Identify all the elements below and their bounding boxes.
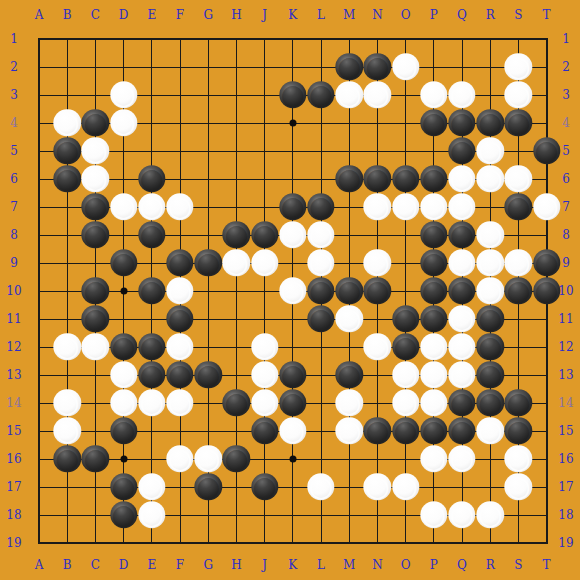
stone-black-P15[interactable]: ● (420, 417, 447, 444)
stone-black-Q14[interactable]: ● (448, 389, 475, 416)
stone-white-G16[interactable]: ○ (194, 445, 221, 472)
stone-white-P3[interactable]: ○ (420, 81, 447, 108)
stone-white-Q13[interactable]: ○ (448, 361, 475, 388)
row-label-11-right: 11 (558, 313, 573, 325)
stone-white-F7[interactable]: ○ (166, 193, 193, 220)
stone-black-C7[interactable]: ● (82, 193, 109, 220)
stone-white-R10[interactable]: ○ (476, 277, 503, 304)
stone-white-N12[interactable]: ○ (364, 333, 391, 360)
stone-white-S3[interactable]: ○ (505, 81, 532, 108)
stone-black-M2[interactable]: ● (335, 53, 362, 80)
stone-black-K3[interactable]: ● (279, 81, 306, 108)
stone-white-N17[interactable]: ○ (364, 473, 391, 500)
row-label-12-right: 12 (558, 341, 573, 353)
stone-white-N7[interactable]: ○ (364, 193, 391, 220)
col-label-T-bottom: T (543, 559, 551, 571)
col-label-J-top: J (262, 9, 267, 21)
col-label-F-bottom: F (176, 559, 184, 571)
row-label-19-left: 19 (6, 537, 21, 549)
stone-black-E13[interactable]: ● (138, 361, 165, 388)
row-label-10-right: 10 (558, 285, 573, 297)
stone-white-O14[interactable]: ○ (392, 389, 419, 416)
col-label-E-bottom: E (147, 559, 156, 571)
stone-black-H14[interactable]: ● (223, 389, 250, 416)
stone-black-G13[interactable]: ● (194, 361, 221, 388)
col-label-R-bottom: R (486, 559, 495, 571)
col-label-K-top: K (288, 9, 297, 21)
stone-black-J8[interactable]: ● (251, 221, 278, 248)
row-label-9-right: 9 (562, 257, 570, 269)
row-label-1-right: 1 (562, 33, 570, 45)
col-label-E-top: E (147, 9, 156, 21)
stone-white-R9[interactable]: ○ (476, 249, 503, 276)
stone-black-T5[interactable]: ● (533, 137, 560, 164)
stone-white-N9[interactable]: ○ (364, 249, 391, 276)
stone-black-O11[interactable]: ● (392, 305, 419, 332)
stone-white-F16[interactable]: ○ (166, 445, 193, 472)
stone-white-D4[interactable]: ○ (110, 109, 137, 136)
stone-white-D13[interactable]: ○ (110, 361, 137, 388)
row-label-8-right: 8 (562, 229, 570, 241)
stone-white-C12[interactable]: ○ (82, 333, 109, 360)
row-label-13-right: 13 (558, 369, 573, 381)
stone-black-B6[interactable]: ● (53, 165, 80, 192)
stone-white-L9[interactable]: ○ (307, 249, 334, 276)
stone-black-L11[interactable]: ● (307, 305, 334, 332)
row-label-1-left: 1 (10, 33, 18, 45)
col-label-Q-top: Q (457, 9, 467, 21)
row-label-4-left: 4 (10, 117, 18, 129)
stone-white-J14[interactable]: ○ (251, 389, 278, 416)
row-label-8-left: 8 (10, 229, 18, 241)
stone-white-Q6[interactable]: ○ (448, 165, 475, 192)
stone-white-D7[interactable]: ○ (110, 193, 137, 220)
go-board[interactable]: AABBCCDDEEFFGGHHJJKKLLMMNNOOPPQQRRSSTT11… (0, 0, 580, 580)
stone-white-N3[interactable]: ○ (364, 81, 391, 108)
row-label-13-left: 13 (6, 369, 21, 381)
stone-white-Q7[interactable]: ○ (448, 193, 475, 220)
stone-black-H16[interactable]: ● (223, 445, 250, 472)
col-label-C-bottom: C (91, 559, 100, 571)
row-label-7-left: 7 (10, 201, 18, 213)
stone-white-D3[interactable]: ○ (110, 81, 137, 108)
col-label-C-top: C (91, 9, 100, 21)
stone-black-F11[interactable]: ● (166, 305, 193, 332)
row-label-16-right: 16 (558, 453, 573, 465)
col-label-S-top: S (514, 9, 522, 21)
stone-black-R14[interactable]: ● (476, 389, 503, 416)
row-label-15-left: 15 (6, 425, 21, 437)
stone-black-M13[interactable]: ● (335, 361, 362, 388)
stone-white-M15[interactable]: ○ (335, 417, 362, 444)
stone-black-D17[interactable]: ● (110, 473, 137, 500)
stone-black-C10[interactable]: ● (82, 277, 109, 304)
stone-white-B14[interactable]: ○ (53, 389, 80, 416)
stone-black-L7[interactable]: ● (307, 193, 334, 220)
stone-white-D14[interactable]: ○ (110, 389, 137, 416)
col-label-S-bottom: S (514, 559, 522, 571)
stone-black-D12[interactable]: ● (110, 333, 137, 360)
stone-white-S2[interactable]: ○ (505, 53, 532, 80)
row-label-14-right: 14 (558, 397, 573, 409)
col-label-M-top: M (343, 9, 355, 21)
row-label-6-right: 6 (562, 173, 570, 185)
stone-black-L3[interactable]: ● (307, 81, 334, 108)
stone-black-Q8[interactable]: ● (448, 221, 475, 248)
row-label-9-left: 9 (10, 257, 18, 269)
stone-white-Q9[interactable]: ○ (448, 249, 475, 276)
stone-white-P13[interactable]: ○ (420, 361, 447, 388)
stone-black-B5[interactable]: ● (53, 137, 80, 164)
stone-black-F9[interactable]: ● (166, 249, 193, 276)
stone-white-F14[interactable]: ○ (166, 389, 193, 416)
stone-black-R13[interactable]: ● (476, 361, 503, 388)
stone-black-C4[interactable]: ● (82, 109, 109, 136)
stone-black-N15[interactable]: ● (364, 417, 391, 444)
stone-black-F13[interactable]: ● (166, 361, 193, 388)
col-label-R-top: R (486, 9, 495, 21)
stone-white-R5[interactable]: ○ (476, 137, 503, 164)
stone-black-Q15[interactable]: ● (448, 417, 475, 444)
stone-black-Q4[interactable]: ● (448, 109, 475, 136)
row-label-12-left: 12 (6, 341, 21, 353)
stone-black-S7[interactable]: ● (505, 193, 532, 220)
row-label-19-right: 19 (558, 537, 573, 549)
stone-black-P8[interactable]: ● (420, 221, 447, 248)
row-label-16-left: 16 (6, 453, 21, 465)
row-label-2-right: 2 (562, 61, 570, 73)
row-label-2-left: 2 (10, 61, 18, 73)
row-label-3-left: 3 (10, 89, 18, 101)
col-label-P-top: P (430, 9, 438, 21)
col-label-K-bottom: K (288, 559, 297, 571)
stone-white-E7[interactable]: ○ (138, 193, 165, 220)
stone-white-O13[interactable]: ○ (392, 361, 419, 388)
stone-white-M3[interactable]: ○ (335, 81, 362, 108)
star-point-D10 (120, 288, 127, 295)
stone-black-P4[interactable]: ● (420, 109, 447, 136)
stone-white-L17[interactable]: ○ (307, 473, 334, 500)
star-point-K4 (289, 120, 296, 127)
stone-black-Q5[interactable]: ● (448, 137, 475, 164)
stone-black-O15[interactable]: ● (392, 417, 419, 444)
stone-white-M14[interactable]: ○ (335, 389, 362, 416)
col-label-G-bottom: G (203, 559, 213, 571)
stone-white-S6[interactable]: ○ (505, 165, 532, 192)
col-label-L-bottom: L (317, 559, 325, 571)
stone-white-E18[interactable]: ○ (138, 501, 165, 528)
stone-black-K7[interactable]: ● (279, 193, 306, 220)
stone-white-S16[interactable]: ○ (505, 445, 532, 472)
stone-white-R6[interactable]: ○ (476, 165, 503, 192)
row-label-7-right: 7 (562, 201, 570, 213)
col-label-B-bottom: B (63, 559, 72, 571)
stone-white-J12[interactable]: ○ (251, 333, 278, 360)
row-label-17-left: 17 (6, 481, 21, 493)
col-label-H-top: H (231, 9, 241, 21)
stone-white-P7[interactable]: ○ (420, 193, 447, 220)
stone-white-F12[interactable]: ○ (166, 333, 193, 360)
stone-black-J17[interactable]: ● (251, 473, 278, 500)
stone-white-O2[interactable]: ○ (392, 53, 419, 80)
stone-white-R18[interactable]: ○ (476, 501, 503, 528)
col-label-T-top: T (543, 9, 551, 21)
col-label-H-bottom: H (231, 559, 241, 571)
row-label-3-right: 3 (562, 89, 570, 101)
stone-black-N2[interactable]: ● (364, 53, 391, 80)
row-label-18-right: 18 (558, 509, 573, 521)
grid-horizontal-line-19 (38, 542, 548, 544)
stone-white-S9[interactable]: ○ (505, 249, 532, 276)
col-label-M-bottom: M (343, 559, 355, 571)
stone-black-T9[interactable]: ● (533, 249, 560, 276)
col-label-L-top: L (317, 9, 325, 21)
stone-black-Q10[interactable]: ● (448, 277, 475, 304)
row-label-18-left: 18 (6, 509, 21, 521)
row-label-15-right: 15 (558, 425, 573, 437)
stone-white-T7[interactable]: ○ (533, 193, 560, 220)
stone-white-E14[interactable]: ○ (138, 389, 165, 416)
stone-black-N6[interactable]: ● (364, 165, 391, 192)
stone-black-P9[interactable]: ● (420, 249, 447, 276)
stone-black-E6[interactable]: ● (138, 165, 165, 192)
row-label-6-left: 6 (10, 173, 18, 185)
stone-black-C8[interactable]: ● (82, 221, 109, 248)
stone-black-P11[interactable]: ● (420, 305, 447, 332)
stone-white-O7[interactable]: ○ (392, 193, 419, 220)
col-label-D-bottom: D (119, 559, 129, 571)
stone-black-S15[interactable]: ● (505, 417, 532, 444)
star-point-D16 (120, 456, 127, 463)
stone-white-S17[interactable]: ○ (505, 473, 532, 500)
stone-white-Q18[interactable]: ○ (448, 501, 475, 528)
stone-white-L8[interactable]: ○ (307, 221, 334, 248)
stone-white-Q12[interactable]: ○ (448, 333, 475, 360)
star-point-K16 (289, 456, 296, 463)
stone-black-K14[interactable]: ● (279, 389, 306, 416)
stone-white-B12[interactable]: ○ (53, 333, 80, 360)
stone-white-K8[interactable]: ○ (279, 221, 306, 248)
stone-black-E10[interactable]: ● (138, 277, 165, 304)
col-label-Q-bottom: Q (457, 559, 467, 571)
stone-black-C16[interactable]: ● (82, 445, 109, 472)
stone-black-R12[interactable]: ● (476, 333, 503, 360)
col-label-A-bottom: A (35, 559, 44, 571)
stone-black-B16[interactable]: ● (53, 445, 80, 472)
stone-black-O12[interactable]: ● (392, 333, 419, 360)
stone-white-P14[interactable]: ○ (420, 389, 447, 416)
col-label-P-bottom: P (430, 559, 438, 571)
stone-black-G17[interactable]: ● (194, 473, 221, 500)
col-label-A-top: A (35, 9, 44, 21)
stone-white-H9[interactable]: ○ (223, 249, 250, 276)
stone-black-C11[interactable]: ● (82, 305, 109, 332)
row-label-17-right: 17 (558, 481, 573, 493)
stone-white-Q16[interactable]: ○ (448, 445, 475, 472)
col-label-O-bottom: O (401, 559, 411, 571)
stone-black-T10[interactable]: ● (533, 277, 560, 304)
stone-white-C5[interactable]: ○ (82, 137, 109, 164)
stone-white-B15[interactable]: ○ (53, 417, 80, 444)
stone-black-D18[interactable]: ● (110, 501, 137, 528)
stone-black-L10[interactable]: ● (307, 277, 334, 304)
stone-black-R11[interactable]: ● (476, 305, 503, 332)
stone-white-J13[interactable]: ○ (251, 361, 278, 388)
col-label-B-top: B (63, 9, 72, 21)
row-label-4-right: 4 (562, 117, 570, 129)
stone-black-P6[interactable]: ● (420, 165, 447, 192)
stone-black-D9[interactable]: ● (110, 249, 137, 276)
stone-black-S4[interactable]: ● (505, 109, 532, 136)
stone-black-N10[interactable]: ● (364, 277, 391, 304)
stone-white-B4[interactable]: ○ (53, 109, 80, 136)
stone-white-K10[interactable]: ○ (279, 277, 306, 304)
stone-white-F10[interactable]: ○ (166, 277, 193, 304)
stone-black-G9[interactable]: ● (194, 249, 221, 276)
col-label-G-top: G (203, 9, 213, 21)
row-label-5-right: 5 (562, 145, 570, 157)
stone-white-E17[interactable]: ○ (138, 473, 165, 500)
stone-black-P10[interactable]: ● (420, 277, 447, 304)
col-label-J-bottom: J (262, 559, 267, 571)
stone-black-M6[interactable]: ● (335, 165, 362, 192)
stone-white-K15[interactable]: ○ (279, 417, 306, 444)
row-label-5-left: 5 (10, 145, 18, 157)
stone-black-D15[interactable]: ● (110, 417, 137, 444)
stone-black-K13[interactable]: ● (279, 361, 306, 388)
col-label-D-top: D (119, 9, 129, 21)
stone-white-P12[interactable]: ○ (420, 333, 447, 360)
stone-white-J9[interactable]: ○ (251, 249, 278, 276)
col-label-O-top: O (401, 9, 411, 21)
stone-white-P18[interactable]: ○ (420, 501, 447, 528)
col-label-N-top: N (372, 9, 383, 21)
row-label-14-left: 14 (6, 397, 21, 409)
stone-white-C6[interactable]: ○ (82, 165, 109, 192)
stone-black-E12[interactable]: ● (138, 333, 165, 360)
grid-vertical-line-O (405, 38, 406, 544)
stone-white-R15[interactable]: ○ (476, 417, 503, 444)
stone-black-E8[interactable]: ● (138, 221, 165, 248)
stone-white-Q11[interactable]: ○ (448, 305, 475, 332)
stone-white-Q3[interactable]: ○ (448, 81, 475, 108)
col-label-N-bottom: N (372, 559, 383, 571)
stone-white-P16[interactable]: ○ (420, 445, 447, 472)
stone-black-M10[interactable]: ● (335, 277, 362, 304)
stone-white-R8[interactable]: ○ (476, 221, 503, 248)
stone-white-M11[interactable]: ○ (335, 305, 362, 332)
stone-black-J15[interactable]: ● (251, 417, 278, 444)
stone-black-S10[interactable]: ● (505, 277, 532, 304)
stone-white-O17[interactable]: ○ (392, 473, 419, 500)
row-label-10-left: 10 (6, 285, 21, 297)
stone-black-S14[interactable]: ● (505, 389, 532, 416)
row-label-11-left: 11 (6, 313, 21, 325)
stone-black-O6[interactable]: ● (392, 165, 419, 192)
stone-black-R4[interactable]: ● (476, 109, 503, 136)
col-label-F-top: F (176, 9, 184, 21)
stone-black-H8[interactable]: ● (223, 221, 250, 248)
